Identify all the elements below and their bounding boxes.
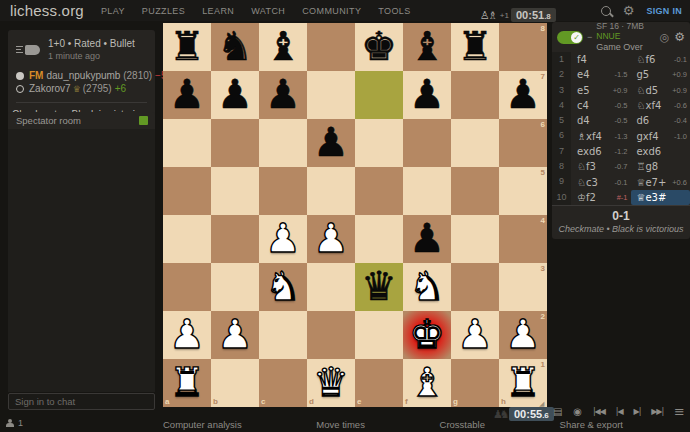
move-row-3: 3e5+0.9♘d5+0.9 xyxy=(552,83,690,98)
coord-rank-5: 5 xyxy=(541,168,545,177)
coord-rank-6: 6 xyxy=(541,120,545,129)
game-date: 1 minute ago xyxy=(48,51,135,61)
coord-file-d: d xyxy=(309,397,314,406)
square-f1[interactable]: ♝f xyxy=(403,359,451,407)
square-g7[interactable] xyxy=(451,71,499,119)
square-b1[interactable]: b xyxy=(211,359,259,407)
move-san: ♘c3 xyxy=(577,177,598,188)
move-san: ♘f6 xyxy=(637,54,656,65)
square-e2[interactable] xyxy=(355,311,403,359)
square-g3[interactable] xyxy=(451,263,499,311)
move-san: ♘d5 xyxy=(637,85,659,96)
nnue-badge: NNUE xyxy=(596,31,620,41)
move-10-w[interactable]: ♔f2#-1 xyxy=(571,190,631,205)
spectator-count: 1 xyxy=(6,418,23,428)
black-pawn: ♟ xyxy=(259,71,307,119)
move-7-b[interactable]: exd6 xyxy=(631,144,690,159)
square-h3[interactable]: 3 xyxy=(499,263,547,311)
captured-by-black-tray: ♙♗ +1 xyxy=(480,9,509,22)
black-pawn: ♟ xyxy=(403,215,451,263)
move-san: ♕e3# xyxy=(637,192,667,203)
move-row-4: 4c4-0.5♘xf4-0.6 xyxy=(552,98,690,113)
white-title: FM xyxy=(29,70,43,81)
white-rating: (2810) xyxy=(123,70,152,81)
move-number: 4 xyxy=(552,98,571,113)
next-move-button[interactable]: ▶| xyxy=(633,407,640,416)
white-king: ♚ xyxy=(403,311,451,359)
spectator-count-value: 1 xyxy=(18,418,23,428)
black-pawn: ♟ xyxy=(403,71,451,119)
move-eval: -0.7 xyxy=(615,162,628,171)
move-eval: -0.1 xyxy=(674,55,687,64)
square-f8[interactable]: ♝ xyxy=(403,23,451,71)
black-pawn: ♟ xyxy=(211,71,259,119)
black-color-icon xyxy=(16,85,24,93)
move-8-w[interactable]: ♘f3-0.7 xyxy=(571,159,631,174)
move-4-w[interactable]: c4-0.5 xyxy=(571,98,631,113)
white-knight: ♞ xyxy=(259,263,307,311)
coord-rank-4: 4 xyxy=(541,216,545,225)
move-san: ♕e7+ xyxy=(637,177,667,188)
black-king: ♚ xyxy=(355,23,403,71)
square-b8[interactable]: ♞ xyxy=(211,23,259,71)
white-pawn: ♟ xyxy=(259,215,307,263)
nav-item-play[interactable]: PLAY xyxy=(101,6,125,16)
analysis-tabs: Computer analysis Move times Crosstable … xyxy=(163,419,623,430)
coord-file-h: h xyxy=(501,397,506,406)
move-eval: -1.0 xyxy=(674,132,687,141)
move-9-w[interactable]: ♘c3-0.1 xyxy=(571,174,631,189)
toggle-check-icon: ✓ xyxy=(571,32,582,43)
move-5-w[interactable]: d4-0.5 xyxy=(571,113,631,128)
square-h7[interactable]: ♟7 xyxy=(499,71,547,119)
move-number: 7 xyxy=(552,144,571,159)
move-3-b[interactable]: ♘d5+0.9 xyxy=(631,83,690,98)
square-c2[interactable] xyxy=(259,311,307,359)
black-rating-delta: +6 xyxy=(115,83,126,94)
move-san: d4 xyxy=(577,115,590,126)
gear-icon[interactable]: ⚙ xyxy=(623,4,635,17)
square-b2[interactable]: ♟ xyxy=(211,311,259,359)
black-rook: ♜ xyxy=(451,23,499,71)
move-eval: +0.9 xyxy=(672,70,687,79)
coord-rank-7: 7 xyxy=(541,72,545,81)
move-san: c4 xyxy=(577,100,589,111)
engine-panel: ✓ − SF 16 · 7MB NNUE Game Over ◎ ⚙ xyxy=(552,22,690,52)
move-row-8: 8♘f3-0.7♖g8 xyxy=(552,159,690,174)
patron-icon: ♛ xyxy=(73,84,81,94)
coord-file-c: c xyxy=(261,397,265,406)
captured-white-pieces: ♙♗ xyxy=(480,9,496,22)
square-g6[interactable] xyxy=(451,119,499,167)
bullet-speed-icon xyxy=(16,44,40,56)
cycle-icon[interactable]: ◉ xyxy=(573,406,582,417)
square-d6[interactable]: ♟ xyxy=(307,119,355,167)
square-f7[interactable]: ♟ xyxy=(403,71,451,119)
nav-item-learn[interactable]: LEARN xyxy=(202,6,234,16)
black-knight: ♞ xyxy=(211,23,259,71)
move-number: 8 xyxy=(552,159,571,174)
white-bishop: ♝ xyxy=(403,359,451,407)
nav-item-community[interactable]: COMMUNITY xyxy=(302,6,361,16)
move-row-9: 9♘c3-0.1♕e7++0.6 xyxy=(552,174,690,189)
move-number: 2 xyxy=(552,67,571,82)
square-e7[interactable] xyxy=(355,71,403,119)
move-san: d6 xyxy=(637,115,650,126)
move-eval: -0.1 xyxy=(615,178,628,187)
square-f6[interactable] xyxy=(403,119,451,167)
coord-rank-3: 3 xyxy=(541,264,545,273)
move-eval: -0.5 xyxy=(615,101,628,110)
square-d1[interactable]: ♛d xyxy=(307,359,355,407)
move-san: ♔f2 xyxy=(577,192,596,203)
square-c5[interactable] xyxy=(259,167,307,215)
square-e6[interactable] xyxy=(355,119,403,167)
white-rook: ♜ xyxy=(163,359,211,407)
square-a5[interactable] xyxy=(163,167,211,215)
square-b3[interactable] xyxy=(211,263,259,311)
tab-share-export[interactable]: Share & export xyxy=(560,419,623,430)
move-1-w[interactable]: f4 xyxy=(571,52,631,67)
square-d7[interactable] xyxy=(307,71,355,119)
square-h5[interactable]: 5 xyxy=(499,167,547,215)
move-number: 1 xyxy=(552,52,571,67)
engine-name: SF 16 · 7MB NNUE xyxy=(596,22,654,42)
square-b6[interactable] xyxy=(211,119,259,167)
white-pawn: ♟ xyxy=(163,311,211,359)
black-pawn: ♟ xyxy=(307,119,355,167)
square-e3[interactable]: ♛ xyxy=(355,263,403,311)
move-san: f4 xyxy=(577,54,587,65)
coord-file-g: g xyxy=(453,397,458,406)
time-control: 1+0 • Rated • Bullet xyxy=(48,38,135,49)
move-10-b[interactable]: ♕e3# xyxy=(631,190,690,205)
move-number: 10 xyxy=(552,190,571,205)
move-9-b[interactable]: ♕e7++0.6 xyxy=(631,174,690,189)
move-san: gxf4 xyxy=(637,131,659,142)
engine-toggle[interactable]: ✓ xyxy=(557,31,583,44)
square-g1[interactable]: g xyxy=(451,359,499,407)
lichess-game-page: lichess.org PLAY PUZZLES LEARN WATCH COM… xyxy=(0,0,690,432)
material-advantage: +1 xyxy=(500,11,509,20)
chat-header: Spectator room xyxy=(8,112,155,129)
square-f5[interactable] xyxy=(403,167,451,215)
move-san: g5 xyxy=(637,69,650,80)
chat-input[interactable]: Sign in to chat xyxy=(8,393,155,410)
square-c1[interactable]: c xyxy=(259,359,307,407)
menu-hamburger-icon[interactable]: ≡ xyxy=(674,404,685,419)
move-3-w[interactable]: e5+0.9 xyxy=(571,83,631,98)
result-verdict: Checkmate • Black is victorious xyxy=(552,224,690,234)
square-a3[interactable] xyxy=(163,263,211,311)
black-pawn: ♟ xyxy=(163,71,211,119)
nav-item-puzzles[interactable]: PUZZLES xyxy=(142,6,185,16)
white-pawn: ♟ xyxy=(451,311,499,359)
tab-computer-analysis[interactable]: Computer analysis xyxy=(163,419,242,430)
engine-status: Game Over xyxy=(596,42,654,52)
white-queen: ♛ xyxy=(307,359,355,407)
white-knight: ♞ xyxy=(403,263,451,311)
square-a8[interactable]: ♜ xyxy=(163,23,211,71)
move-row-2: 2e4-1.5g5+0.9 xyxy=(552,67,690,82)
black-bishop: ♝ xyxy=(259,23,307,71)
move-san: ♘f3 xyxy=(577,161,596,172)
move-number: 6 xyxy=(552,128,571,143)
square-g2[interactable]: ♟ xyxy=(451,311,499,359)
move-row-7: 7exd6-1.2exd6 xyxy=(552,144,690,159)
move-1-b[interactable]: ♘f6-0.1 xyxy=(631,52,690,67)
square-a1[interactable]: ♜a xyxy=(163,359,211,407)
square-b5[interactable] xyxy=(211,167,259,215)
divider xyxy=(16,102,147,103)
move-number: 9 xyxy=(552,174,571,189)
square-c8[interactable]: ♝ xyxy=(259,23,307,71)
move-row-1: 1f4♘f6-0.1 xyxy=(552,52,690,67)
square-g8[interactable]: ♜ xyxy=(451,23,499,71)
prev-move-button[interactable]: |◀ xyxy=(616,407,623,416)
move-number: 5 xyxy=(552,113,571,128)
square-f3[interactable]: ♞ xyxy=(403,263,451,311)
square-d2[interactable] xyxy=(307,311,355,359)
white-pawn: ♟ xyxy=(211,311,259,359)
move-san: ♗xf4 xyxy=(577,131,602,142)
chat-input-placeholder: Sign in to chat xyxy=(15,396,75,407)
move-2-b[interactable]: g5+0.9 xyxy=(631,67,690,82)
square-d3[interactable] xyxy=(307,263,355,311)
move-5-b[interactable]: d6-0.4 xyxy=(631,113,690,128)
square-b4[interactable] xyxy=(211,215,259,263)
black-player-row[interactable]: Zakorov7 ♛ (2795) +6 xyxy=(16,82,147,95)
coord-rank-8: 8 xyxy=(541,24,545,33)
nav-item-tools[interactable]: TOOLS xyxy=(378,6,410,16)
chat-messages-area xyxy=(8,129,155,392)
black-clock: 00:51.8 xyxy=(511,8,556,22)
move-san: ♘xf4 xyxy=(637,100,662,111)
square-h8[interactable]: 8 xyxy=(499,23,547,71)
last-move-button[interactable]: ▶▶| xyxy=(651,407,663,416)
tab-crosstable[interactable]: Crosstable xyxy=(440,419,485,430)
chat-room-label: Spectator room xyxy=(16,115,81,126)
square-f4[interactable]: ♟ xyxy=(403,215,451,263)
square-b7[interactable]: ♟ xyxy=(211,71,259,119)
search-icon[interactable] xyxy=(601,6,611,16)
white-name: dau_npukypumb xyxy=(46,70,120,81)
black-clock-tenths: .8 xyxy=(544,12,551,21)
white-player-row[interactable]: FM dau_npukypumb (2810) −5 xyxy=(16,69,147,82)
square-e5[interactable] xyxy=(355,167,403,215)
move-eval: -1.3 xyxy=(615,132,628,141)
move-6-b[interactable]: gxf4-1.0 xyxy=(631,128,690,143)
black-rating: (2795) xyxy=(83,83,112,94)
opening-book-icon[interactable]: ▤ xyxy=(553,406,562,417)
coord-file-b: b xyxy=(213,397,218,406)
engine-minus[interactable]: − xyxy=(587,32,592,42)
square-c4[interactable]: ♟ xyxy=(259,215,307,263)
coord-rank-1: 1 xyxy=(541,360,545,369)
black-clock-time: 00:51 xyxy=(516,8,544,22)
move-san: ♖g8 xyxy=(637,161,659,172)
square-e4[interactable] xyxy=(355,215,403,263)
coord-file-e: e xyxy=(357,397,361,406)
first-move-button[interactable]: |◀◀ xyxy=(593,407,605,416)
practice-target-icon[interactable]: ◎ xyxy=(660,31,670,44)
square-e1[interactable]: e xyxy=(355,359,403,407)
move-eval: +0.6 xyxy=(672,178,687,187)
move-eval: -0.4 xyxy=(674,116,687,125)
move-eval: -0.6 xyxy=(674,101,687,110)
chat-toggle[interactable] xyxy=(139,116,148,125)
nav-item-watch[interactable]: WATCH xyxy=(251,6,285,16)
move-row-5: 5d4-0.5d6-0.4 xyxy=(552,113,690,128)
white-color-icon xyxy=(16,72,24,80)
move-4-b[interactable]: ♘xf4-0.6 xyxy=(631,98,690,113)
move-san: e4 xyxy=(577,69,590,80)
square-h2[interactable]: ♟2 xyxy=(499,311,547,359)
move-row-6: 6♗xf4-1.3gxf4-1.0 xyxy=(552,128,690,143)
black-queen: ♛ xyxy=(355,263,403,311)
move-san: exd6 xyxy=(577,146,602,157)
square-d4[interactable]: ♟ xyxy=(307,215,355,263)
move-7-w[interactable]: exd6-1.2 xyxy=(571,144,631,159)
person-icon xyxy=(6,419,14,428)
move-2-w[interactable]: e4-1.5 xyxy=(571,67,631,82)
move-8-b[interactable]: ♖g8 xyxy=(631,159,690,174)
result-block: 0-1 Checkmate • Black is victorious xyxy=(552,205,690,239)
black-bishop: ♝ xyxy=(403,23,451,71)
move-number: 3 xyxy=(552,83,571,98)
square-c3[interactable]: ♞ xyxy=(259,263,307,311)
square-d5[interactable] xyxy=(307,167,355,215)
white-pawn: ♟ xyxy=(307,215,355,263)
lichess-logo[interactable]: lichess.org xyxy=(10,2,84,19)
square-g4[interactable] xyxy=(451,215,499,263)
black-rook: ♜ xyxy=(163,23,211,71)
black-name: Zakorov7 xyxy=(29,83,71,94)
sign-in-link[interactable]: SIGN IN xyxy=(646,6,682,16)
result-score: 0-1 xyxy=(552,209,690,223)
coord-rank-2: 2 xyxy=(541,312,545,321)
top-nav: lichess.org PLAY PUZZLES LEARN WATCH COM… xyxy=(0,0,690,21)
square-g5[interactable] xyxy=(451,167,499,215)
square-e8[interactable]: ♚ xyxy=(355,23,403,71)
square-c7[interactable]: ♟ xyxy=(259,71,307,119)
square-a4[interactable] xyxy=(163,215,211,263)
square-h6[interactable]: 6 xyxy=(499,119,547,167)
square-d8[interactable] xyxy=(307,23,355,71)
coord-file-a: a xyxy=(165,397,169,406)
move-eval: -1.2 xyxy=(615,147,628,156)
move-eval: #-1 xyxy=(617,193,628,202)
square-f2[interactable]: ♚ xyxy=(403,311,451,359)
move-san: e5 xyxy=(577,85,590,96)
chess-board: ♜♞♝♚♝♜8♟♟♟♟♟7♟65♟♟♟4♞♛♞3♟♟♚♟♟2♜abc♛de♝fg… xyxy=(163,23,547,407)
move-eval: +0.9 xyxy=(672,86,687,95)
square-a7[interactable]: ♟ xyxy=(163,71,211,119)
move-list: 1f4♘f6-0.12e4-1.5g5+0.93e5+0.9♘d5+0.94c4… xyxy=(552,52,690,205)
square-a2[interactable]: ♟ xyxy=(163,311,211,359)
square-c6[interactable] xyxy=(259,119,307,167)
analysis-settings-gear-icon[interactable]: ⚙ xyxy=(674,30,685,44)
square-a6[interactable] xyxy=(163,119,211,167)
move-san: exd6 xyxy=(637,146,662,157)
coord-file-f: f xyxy=(405,397,408,406)
square-h4[interactable]: 4 xyxy=(499,215,547,263)
replay-controls: ▤ ◉ |◀◀ |◀ ▶| ▶▶| ≡ xyxy=(553,404,685,419)
tab-move-times[interactable]: Move times xyxy=(316,419,365,430)
move-eval: -1.5 xyxy=(615,70,628,79)
move-6-w[interactable]: ♗xf4-1.3 xyxy=(571,128,631,143)
move-eval: -0.5 xyxy=(615,116,628,125)
move-row-10: 10♔f2#-1♕e3# xyxy=(552,190,690,205)
move-eval: +0.9 xyxy=(613,86,628,95)
